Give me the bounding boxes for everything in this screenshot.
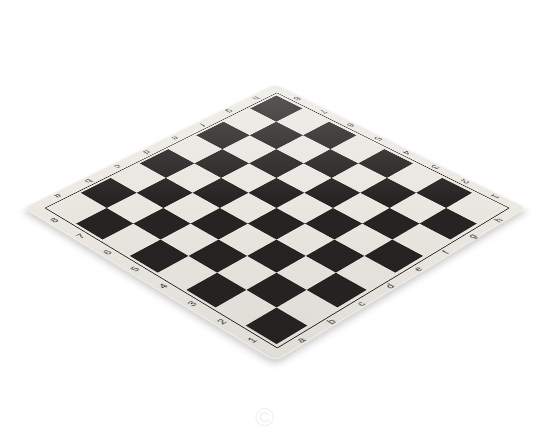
- coordinate-glyph: c: [355, 300, 368, 307]
- coordinate-glyph: a: [294, 336, 307, 344]
- product-photo-scene: abcdefgh abcdefgh 87654321 87654321 ©: [0, 0, 550, 440]
- coordinate-glyph: 8: [48, 217, 60, 224]
- coordinate-glyph: 2: [458, 178, 470, 184]
- coordinate-glyph: b: [325, 318, 338, 326]
- coordinate-glyph: e: [169, 135, 180, 141]
- coordinate-glyph: h: [492, 217, 505, 224]
- coordinate-glyph: d: [383, 282, 396, 289]
- coordinate-glyph: 7: [74, 233, 86, 240]
- coordinate-glyph: 4: [400, 149, 412, 155]
- coordinate-glyph: d: [141, 149, 152, 155]
- coordinate-glyph: 5: [129, 265, 141, 272]
- coordinate-glyph: 8: [291, 96, 302, 102]
- watermark-copyright: ©: [255, 402, 277, 433]
- coordinate-glyph: 3: [186, 300, 199, 308]
- chess-board: abcdefgh abcdefgh 87654321 87654321: [23, 84, 526, 361]
- board-frame: [44, 93, 509, 349]
- coordinate-glyph: 6: [344, 122, 355, 128]
- coordinate-glyph: f: [198, 122, 207, 127]
- coordinate-glyph: 4: [157, 282, 170, 289]
- coordinate-glyph: h: [251, 96, 262, 102]
- board-grid: [49, 95, 502, 344]
- coordinate-glyph: e: [412, 265, 425, 272]
- coordinate-glyph: 1: [488, 193, 500, 199]
- coordinate-glyph: 1: [246, 336, 259, 344]
- coordinate-glyph: a: [52, 193, 64, 199]
- coordinate-glyph: g: [466, 233, 479, 240]
- coordinate-glyph: 6: [101, 249, 113, 256]
- coordinate-glyph: 7: [317, 108, 328, 114]
- coordinate-glyph: 5: [372, 135, 384, 141]
- coordinate-glyph: b: [83, 178, 95, 184]
- coordinate-glyph: c: [113, 164, 124, 170]
- coordinate-glyph: 3: [429, 163, 441, 169]
- coordinate-glyph: 2: [215, 318, 228, 326]
- vinyl-mat: abcdefgh abcdefgh 87654321 87654321: [23, 84, 526, 361]
- coordinate-glyph: f: [440, 249, 451, 255]
- coordinate-glyph: g: [224, 108, 235, 114]
